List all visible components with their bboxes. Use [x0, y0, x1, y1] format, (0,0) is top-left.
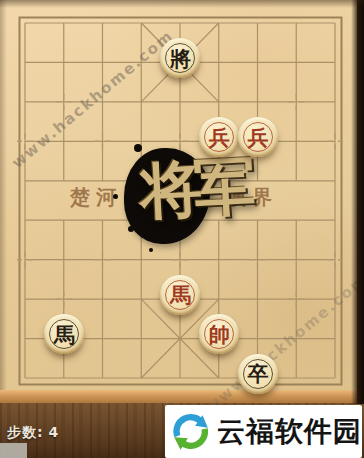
- piece-glyph: 兵: [209, 127, 230, 148]
- piece-layer: 將 兵 兵 馬 馬 帥 卒: [6, 3, 355, 397]
- corner-gray-box: [0, 443, 27, 458]
- piece-red-soldier-1[interactable]: 兵: [199, 117, 239, 157]
- piece-glyph: 兵: [247, 127, 268, 148]
- piece-red-general[interactable]: 帥: [199, 314, 239, 354]
- piece-red-horse[interactable]: 馬: [160, 275, 200, 315]
- piece-black-soldier[interactable]: 卒: [238, 354, 278, 394]
- site-watermark-badge: 云福软件园: [165, 405, 362, 458]
- piece-glyph: 馬: [54, 324, 75, 345]
- site-badge-text: 云福软件园: [217, 413, 362, 451]
- step-counter-label: 步数:: [7, 424, 44, 442]
- piece-glyph: 馬: [170, 284, 191, 305]
- piece-black-horse[interactable]: 馬: [44, 314, 84, 354]
- game-screen: 楚河 漢界 www.hackhome.com www.hackhome.com …: [0, 0, 364, 458]
- piece-black-general[interactable]: 將: [160, 38, 200, 78]
- xiangqi-board[interactable]: 楚河 漢界 www.hackhome.com www.hackhome.com …: [0, 0, 357, 390]
- piece-red-soldier-2[interactable]: 兵: [238, 117, 278, 157]
- swirl-arrows-icon: [170, 410, 212, 454]
- piece-glyph: 帥: [209, 324, 230, 345]
- step-counter: 步数: 4: [7, 424, 59, 442]
- step-counter-value: 4: [49, 424, 60, 442]
- piece-glyph: 卒: [247, 363, 268, 384]
- piece-glyph: 將: [170, 48, 191, 69]
